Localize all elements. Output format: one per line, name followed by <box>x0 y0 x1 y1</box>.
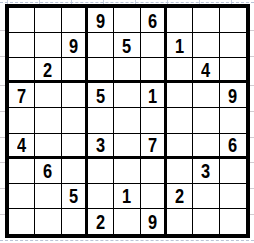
sudoku-cell-r4c1[interactable]: 7 <box>9 83 35 108</box>
sudoku-cell-r4c6[interactable]: 1 <box>141 83 167 108</box>
sudoku-cell-r3c9[interactable] <box>220 58 246 83</box>
sudoku-cell-r8c4[interactable] <box>88 184 114 209</box>
sudoku-cell-r7c2[interactable]: 6 <box>35 159 61 184</box>
sudoku-cell-r9c3[interactable] <box>62 209 88 234</box>
given-digit: 1 <box>122 185 131 206</box>
sudoku-cell-r4c9[interactable]: 9 <box>220 83 246 108</box>
sudoku-cell-r9c8[interactable] <box>193 209 219 234</box>
sudoku-cell-r2c2[interactable] <box>35 33 61 58</box>
sudoku-cell-r3c4[interactable] <box>88 58 114 83</box>
sudoku-cell-r6c9[interactable]: 6 <box>220 134 246 159</box>
given-digit: 2 <box>43 59 52 80</box>
sudoku-cell-r3c6[interactable] <box>141 58 167 83</box>
given-digit: 4 <box>17 134 26 155</box>
sudoku-cell-r9c6[interactable]: 9 <box>141 209 167 234</box>
given-digit: 3 <box>96 134 105 155</box>
sudoku-cell-r8c5[interactable]: 1 <box>114 184 140 209</box>
sudoku-cell-r1c3[interactable] <box>62 8 88 33</box>
sudoku-cell-r7c8[interactable]: 3 <box>193 159 219 184</box>
sudoku-cell-r4c5[interactable] <box>114 83 140 108</box>
sudoku-cell-r4c3[interactable] <box>62 83 88 108</box>
sudoku-cell-r6c8[interactable] <box>193 134 219 159</box>
sudoku-cell-r5c7[interactable] <box>167 108 193 133</box>
sudoku-cell-r4c7[interactable] <box>167 83 193 108</box>
sudoku-board: 9695124751943766351229 <box>5 4 250 238</box>
sudoku-cell-r2c1[interactable] <box>9 33 35 58</box>
sudoku-cell-r9c4[interactable]: 2 <box>88 209 114 234</box>
sudoku-cell-r5c3[interactable] <box>62 108 88 133</box>
given-digit: 9 <box>69 35 78 56</box>
sudoku-cell-r5c4[interactable] <box>88 108 114 133</box>
given-digit: 9 <box>228 85 237 106</box>
given-digit: 6 <box>228 134 237 155</box>
sudoku-cell-r6c6[interactable]: 7 <box>141 134 167 159</box>
sudoku-cell-r1c8[interactable] <box>193 8 219 33</box>
sudoku-cell-r5c8[interactable] <box>193 108 219 133</box>
sudoku-cell-r9c2[interactable] <box>35 209 61 234</box>
sudoku-cell-r5c2[interactable] <box>35 108 61 133</box>
sudoku-cell-r7c1[interactable] <box>9 159 35 184</box>
sudoku-cell-r2c3[interactable]: 9 <box>62 33 88 58</box>
sudoku-cell-r2c8[interactable] <box>193 33 219 58</box>
given-digit: 7 <box>148 134 157 155</box>
sudoku-cell-r7c3[interactable] <box>62 159 88 184</box>
given-digit: 9 <box>96 10 105 31</box>
sudoku-cell-r6c2[interactable] <box>35 134 61 159</box>
sudoku-cell-r1c9[interactable] <box>220 8 246 33</box>
given-digit: 4 <box>201 59 210 80</box>
sudoku-cell-r8c6[interactable] <box>141 184 167 209</box>
given-digit: 1 <box>148 85 157 106</box>
spreadsheet-gridline-top <box>0 2 254 3</box>
sudoku-cell-r2c9[interactable] <box>220 33 246 58</box>
sudoku-cell-r2c4[interactable] <box>88 33 114 58</box>
sudoku-cell-r6c1[interactable]: 4 <box>9 134 35 159</box>
given-digit: 6 <box>148 10 157 31</box>
sudoku-cell-r6c7[interactable] <box>167 134 193 159</box>
sudoku-cell-r4c2[interactable] <box>35 83 61 108</box>
sudoku-cell-r9c7[interactable] <box>167 209 193 234</box>
sudoku-cell-r1c5[interactable] <box>114 8 140 33</box>
sudoku-cell-r6c4[interactable]: 3 <box>88 134 114 159</box>
sudoku-cell-r7c4[interactable] <box>88 159 114 184</box>
sudoku-cell-r3c3[interactable] <box>62 58 88 83</box>
sudoku-cell-r6c5[interactable] <box>114 134 140 159</box>
sudoku-cell-r8c1[interactable] <box>9 184 35 209</box>
given-digit: 2 <box>175 185 184 206</box>
sudoku-cell-r6c3[interactable] <box>62 134 88 159</box>
given-digit: 5 <box>96 85 105 106</box>
sudoku-page: 9695124751943766351229 <box>0 0 254 243</box>
sudoku-cell-r8c8[interactable] <box>193 184 219 209</box>
sudoku-cell-r3c1[interactable] <box>9 58 35 83</box>
given-digit: 5 <box>69 185 78 206</box>
given-digit: 5 <box>122 35 131 56</box>
sudoku-cell-r3c7[interactable] <box>167 58 193 83</box>
sudoku-cell-r3c8[interactable]: 4 <box>193 58 219 83</box>
sudoku-cell-r8c9[interactable] <box>220 184 246 209</box>
given-digit: 1 <box>175 35 184 56</box>
sudoku-cell-r9c1[interactable] <box>9 209 35 234</box>
sudoku-cell-r4c4[interactable]: 5 <box>88 83 114 108</box>
sudoku-cell-r5c5[interactable] <box>114 108 140 133</box>
sudoku-cell-r1c6[interactable]: 6 <box>141 8 167 33</box>
given-digit: 7 <box>17 85 26 106</box>
spreadsheet-gridline-bottom <box>0 240 254 241</box>
sudoku-cell-r4c8[interactable] <box>193 83 219 108</box>
sudoku-cell-r1c7[interactable] <box>167 8 193 33</box>
given-digit: 3 <box>201 160 210 181</box>
sudoku-cell-r1c2[interactable] <box>35 8 61 33</box>
sudoku-cell-r8c2[interactable] <box>35 184 61 209</box>
given-digit: 9 <box>148 211 157 232</box>
sudoku-cell-r7c7[interactable] <box>167 159 193 184</box>
sudoku-cell-r2c7[interactable]: 1 <box>167 33 193 58</box>
sudoku-cell-r1c1[interactable] <box>9 8 35 33</box>
sudoku-cell-r5c9[interactable] <box>220 108 246 133</box>
given-digit: 2 <box>96 211 105 232</box>
sudoku-cell-r3c2[interactable]: 2 <box>35 58 61 83</box>
sudoku-cell-r3c5[interactable] <box>114 58 140 83</box>
sudoku-cell-r5c6[interactable] <box>141 108 167 133</box>
sudoku-cell-r7c5[interactable] <box>114 159 140 184</box>
sudoku-cell-r2c5[interactable]: 5 <box>114 33 140 58</box>
sudoku-cell-r8c3[interactable]: 5 <box>62 184 88 209</box>
sudoku-cell-r9c9[interactable] <box>220 209 246 234</box>
sudoku-cell-r5c1[interactable] <box>9 108 35 133</box>
sudoku-cell-r7c6[interactable] <box>141 159 167 184</box>
sudoku-cell-r1c4[interactable]: 9 <box>88 8 114 33</box>
sudoku-cell-r8c7[interactable]: 2 <box>167 184 193 209</box>
sudoku-cell-r2c6[interactable] <box>141 33 167 58</box>
sudoku-cell-r7c9[interactable] <box>220 159 246 184</box>
given-digit: 6 <box>43 160 52 181</box>
sudoku-cell-r9c5[interactable] <box>114 209 140 234</box>
